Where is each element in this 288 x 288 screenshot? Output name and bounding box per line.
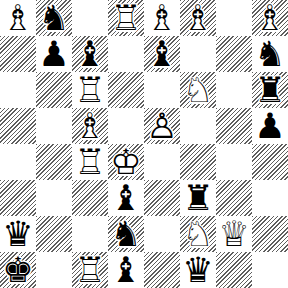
square-f7[interactable] bbox=[180, 36, 216, 72]
square-c6[interactable]: ♜♖ bbox=[72, 72, 108, 108]
square-d1[interactable]: ♝♝ bbox=[108, 252, 144, 288]
black-knight[interactable]: ♞♞ bbox=[108, 216, 144, 252]
square-g7[interactable] bbox=[216, 36, 252, 72]
square-h6[interactable]: ♜♜ bbox=[252, 72, 288, 108]
piece-glyph: ♞ bbox=[252, 36, 288, 72]
square-a6[interactable] bbox=[0, 72, 36, 108]
square-a7[interactable] bbox=[0, 36, 36, 72]
square-g2[interactable]: ♛♕ bbox=[216, 216, 252, 252]
square-b2[interactable] bbox=[36, 216, 72, 252]
square-e3[interactable] bbox=[144, 180, 180, 216]
square-f5[interactable] bbox=[180, 108, 216, 144]
square-h4[interactable] bbox=[252, 144, 288, 180]
square-f6[interactable]: ♞♘ bbox=[180, 72, 216, 108]
white-bishop[interactable]: ♝♗ bbox=[72, 108, 108, 144]
square-e4[interactable] bbox=[144, 144, 180, 180]
piece-glyph: ♝ bbox=[108, 180, 144, 216]
white-rook[interactable]: ♜♖ bbox=[72, 72, 108, 108]
square-h3[interactable] bbox=[252, 180, 288, 216]
square-a1[interactable]: ♚♚ bbox=[0, 252, 36, 288]
square-b3[interactable] bbox=[36, 180, 72, 216]
white-queen[interactable]: ♛♕ bbox=[216, 216, 252, 252]
black-rook[interactable]: ♜♜ bbox=[252, 72, 288, 108]
white-king[interactable]: ♚♔ bbox=[108, 144, 144, 180]
black-bishop[interactable]: ♝♝ bbox=[108, 180, 144, 216]
square-c4[interactable]: ♜♖ bbox=[72, 144, 108, 180]
black-queen[interactable]: ♛♛ bbox=[180, 252, 216, 288]
square-g8[interactable] bbox=[216, 0, 252, 36]
square-f8[interactable]: ♝♗ bbox=[180, 0, 216, 36]
piece-glyph: ♘ bbox=[180, 216, 216, 252]
white-rook[interactable]: ♜♖ bbox=[72, 252, 108, 288]
white-bishop[interactable]: ♝♗ bbox=[180, 0, 216, 36]
square-a3[interactable] bbox=[0, 180, 36, 216]
white-bishop[interactable]: ♝♗ bbox=[252, 0, 288, 36]
square-g1[interactable] bbox=[216, 252, 252, 288]
piece-glyph: ♝ bbox=[72, 36, 108, 72]
black-rook[interactable]: ♜♜ bbox=[180, 180, 216, 216]
square-b4[interactable] bbox=[36, 144, 72, 180]
piece-glyph: ♜ bbox=[180, 180, 216, 216]
square-h2[interactable] bbox=[252, 216, 288, 252]
square-d5[interactable] bbox=[108, 108, 144, 144]
square-f3[interactable]: ♜♜ bbox=[180, 180, 216, 216]
square-e6[interactable] bbox=[144, 72, 180, 108]
square-a8[interactable]: ♝♗ bbox=[0, 0, 36, 36]
piece-glyph: ♝ bbox=[108, 252, 144, 288]
square-e2[interactable] bbox=[144, 216, 180, 252]
piece-glyph: ♗ bbox=[180, 0, 216, 36]
square-a5[interactable] bbox=[0, 108, 36, 144]
white-knight[interactable]: ♞♘ bbox=[180, 72, 216, 108]
black-queen[interactable]: ♛♛ bbox=[0, 216, 36, 252]
piece-glyph: ♚ bbox=[0, 252, 36, 288]
square-a4[interactable] bbox=[0, 144, 36, 180]
piece-glyph: ♙ bbox=[144, 108, 180, 144]
square-h5[interactable]: ♟♟ bbox=[252, 108, 288, 144]
black-knight[interactable]: ♞♞ bbox=[252, 36, 288, 72]
square-g3[interactable] bbox=[216, 180, 252, 216]
square-d2[interactable]: ♞♞ bbox=[108, 216, 144, 252]
black-bishop[interactable]: ♝♝ bbox=[72, 36, 108, 72]
square-d8[interactable]: ♜♖ bbox=[108, 0, 144, 36]
white-pawn[interactable]: ♟♙ bbox=[144, 108, 180, 144]
square-c5[interactable]: ♝♗ bbox=[72, 108, 108, 144]
square-d3[interactable]: ♝♝ bbox=[108, 180, 144, 216]
piece-glyph: ♗ bbox=[72, 108, 108, 144]
square-h7[interactable]: ♞♞ bbox=[252, 36, 288, 72]
piece-glyph: ♗ bbox=[144, 0, 180, 36]
piece-glyph: ♟ bbox=[252, 108, 288, 144]
square-c3[interactable] bbox=[72, 180, 108, 216]
piece-glyph: ♕ bbox=[216, 216, 252, 252]
square-h8[interactable]: ♝♗ bbox=[252, 0, 288, 36]
square-b7[interactable]: ♟♟ bbox=[36, 36, 72, 72]
white-rook[interactable]: ♜♖ bbox=[72, 144, 108, 180]
square-e8[interactable]: ♝♗ bbox=[144, 0, 180, 36]
piece-glyph: ♞ bbox=[108, 216, 144, 252]
piece-glyph: ♟ bbox=[36, 36, 72, 72]
piece-glyph: ♔ bbox=[108, 144, 144, 180]
square-g4[interactable] bbox=[216, 144, 252, 180]
piece-glyph: ♗ bbox=[0, 0, 36, 36]
piece-glyph: ♖ bbox=[72, 144, 108, 180]
square-b6[interactable] bbox=[36, 72, 72, 108]
square-g5[interactable] bbox=[216, 108, 252, 144]
white-bishop[interactable]: ♝♗ bbox=[0, 0, 36, 36]
square-e1[interactable] bbox=[144, 252, 180, 288]
square-h1[interactable] bbox=[252, 252, 288, 288]
piece-glyph: ♜ bbox=[252, 72, 288, 108]
chess-board: ♝♗♞♞♜♖♝♗♝♗♝♗♟♟♝♝♝♝♞♞♜♖♞♘♜♜♝♗♟♙♟♟♜♖♚♔♝♝♜♜… bbox=[0, 0, 288, 288]
black-king[interactable]: ♚♚ bbox=[0, 252, 36, 288]
square-d7[interactable] bbox=[108, 36, 144, 72]
piece-glyph: ♗ bbox=[252, 0, 288, 36]
piece-glyph: ♖ bbox=[72, 72, 108, 108]
square-f4[interactable] bbox=[180, 144, 216, 180]
white-knight[interactable]: ♞♘ bbox=[180, 216, 216, 252]
square-e7[interactable]: ♝♝ bbox=[144, 36, 180, 72]
piece-glyph: ♛ bbox=[180, 252, 216, 288]
piece-glyph: ♞ bbox=[36, 0, 72, 36]
square-a2[interactable]: ♛♛ bbox=[0, 216, 36, 252]
square-g6[interactable] bbox=[216, 72, 252, 108]
square-d4[interactable]: ♚♔ bbox=[108, 144, 144, 180]
square-c7[interactable]: ♝♝ bbox=[72, 36, 108, 72]
square-b1[interactable] bbox=[36, 252, 72, 288]
square-f2[interactable]: ♞♘ bbox=[180, 216, 216, 252]
square-c2[interactable] bbox=[72, 216, 108, 252]
black-pawn[interactable]: ♟♟ bbox=[36, 36, 72, 72]
white-bishop[interactable]: ♝♗ bbox=[144, 0, 180, 36]
piece-glyph: ♛ bbox=[0, 216, 36, 252]
square-f1[interactable]: ♛♛ bbox=[180, 252, 216, 288]
square-c8[interactable] bbox=[72, 0, 108, 36]
black-bishop[interactable]: ♝♝ bbox=[144, 36, 180, 72]
piece-glyph: ♘ bbox=[180, 72, 216, 108]
square-c1[interactable]: ♜♖ bbox=[72, 252, 108, 288]
piece-glyph: ♖ bbox=[72, 252, 108, 288]
black-pawn[interactable]: ♟♟ bbox=[252, 108, 288, 144]
white-rook[interactable]: ♜♖ bbox=[108, 0, 144, 36]
piece-glyph: ♝ bbox=[144, 36, 180, 72]
square-e5[interactable]: ♟♙ bbox=[144, 108, 180, 144]
black-bishop[interactable]: ♝♝ bbox=[108, 252, 144, 288]
square-d6[interactable] bbox=[108, 72, 144, 108]
square-b5[interactable] bbox=[36, 108, 72, 144]
piece-glyph: ♖ bbox=[108, 0, 144, 36]
square-b8[interactable]: ♞♞ bbox=[36, 0, 72, 36]
black-knight[interactable]: ♞♞ bbox=[36, 0, 72, 36]
